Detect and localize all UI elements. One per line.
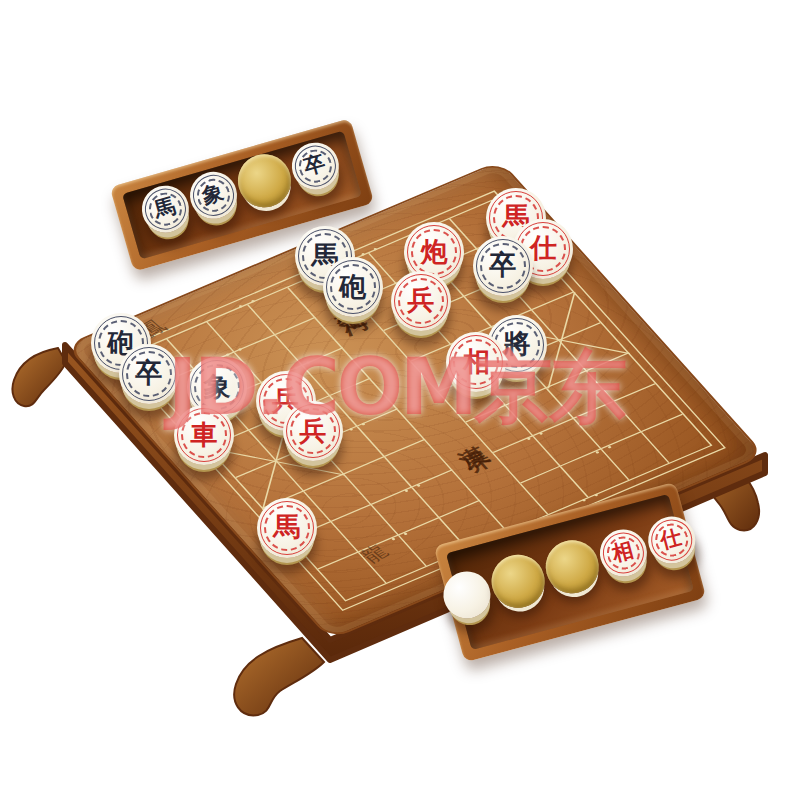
gold-disc-piece[interactable] bbox=[539, 534, 604, 599]
star-point-dot bbox=[582, 499, 586, 502]
gold-disc-piece[interactable] bbox=[485, 548, 550, 613]
piece-character: 象 bbox=[204, 373, 231, 400]
leg-front bbox=[234, 638, 324, 715]
xiangqi-piece-black-卒[interactable]: 卒 bbox=[473, 236, 533, 296]
xiangqi-piece-red-相[interactable]: 相 bbox=[446, 332, 506, 392]
piece-character: 相 bbox=[463, 348, 490, 375]
captured-piece-red-相[interactable]: 相 bbox=[594, 524, 652, 582]
xiangqi-piece-red-車[interactable]: 車 bbox=[174, 405, 234, 465]
leg-left bbox=[12, 348, 66, 406]
xiangqi-piece-red-馬[interactable]: 馬 bbox=[257, 498, 317, 558]
piece-character: 仕 bbox=[658, 526, 684, 552]
piece-character: 炮 bbox=[421, 238, 448, 265]
star-point-dot bbox=[594, 493, 598, 496]
piece-character: 相 bbox=[610, 539, 636, 565]
piece-character: 兵 bbox=[300, 417, 327, 444]
product-photo: 馬象卒 楚河 漢界 鳳 龍 bbox=[0, 0, 800, 800]
piece-character: 車 bbox=[190, 421, 217, 448]
xiangqi-piece-black-砲[interactable]: 砲 bbox=[323, 257, 383, 317]
piece-character: 兵 bbox=[408, 286, 435, 313]
piece-character: 將 bbox=[504, 330, 531, 357]
xiangqi-piece-black-卒[interactable]: 卒 bbox=[119, 344, 179, 404]
piece-character: 砲 bbox=[339, 273, 366, 300]
xiangqi-piece-red-兵[interactable]: 兵 bbox=[391, 271, 451, 331]
piece-character: 仕 bbox=[530, 234, 557, 261]
piece-character: 馬 bbox=[273, 513, 300, 540]
piece-character: 卒 bbox=[135, 359, 162, 386]
piece-character: 卒 bbox=[489, 251, 516, 278]
